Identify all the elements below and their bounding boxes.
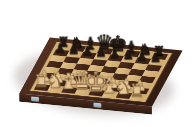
square-h7[interactable]: ♟ bbox=[148, 59, 165, 66]
metal-clasp-right bbox=[94, 103, 102, 108]
square-h8[interactable]: ♜ bbox=[151, 53, 168, 60]
square-h6[interactable] bbox=[145, 64, 162, 71]
chess-board: ♜♞♝♛♚♝♞♜♟♟♟♟♟♟♟♟♟♟♟♟♟♟♟♟♜♞♝♛♚♝♞♜ bbox=[19, 38, 182, 107]
piece-anchor: ♞ bbox=[70, 39, 84, 53]
metal-clasp-left bbox=[31, 97, 39, 102]
playing-field: ♜♞♝♛♚♝♞♜♟♟♟♟♟♟♟♟♟♟♟♟♟♟♟♟♜♞♝♛♚♝♞♜ bbox=[34, 44, 168, 101]
scene: ♜♞♝♛♚♝♞♜♟♟♟♟♟♟♟♟♟♟♟♟♟♟♟♟♜♞♝♛♚♝♞♜ bbox=[0, 0, 192, 127]
chess-set-photo: ♜♞♝♛♚♝♞♜♟♟♟♟♟♟♟♟♟♟♟♟♟♟♟♟♜♞♝♛♚♝♞♜ bbox=[0, 0, 192, 127]
board-inlay-border: ♜♞♝♛♚♝♞♜♟♟♟♟♟♟♟♟♟♟♟♟♟♟♟♟♜♞♝♛♚♝♞♜ bbox=[29, 42, 173, 103]
